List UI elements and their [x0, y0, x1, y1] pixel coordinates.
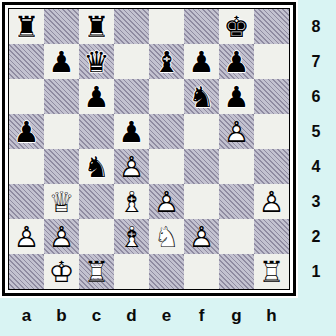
rank-label-8: 8 [299, 9, 333, 44]
white-pawn[interactable]: ♟♙ [44, 219, 79, 254]
square-g7[interactable]: ♟ [219, 44, 254, 79]
file-label-c: c [79, 299, 114, 333]
white-pawn[interactable]: ♟♙ [114, 149, 149, 184]
square-d3[interactable]: ♝♗ [114, 184, 149, 219]
black-king[interactable]: ♚ [219, 9, 254, 44]
square-a4[interactable] [9, 149, 44, 184]
square-g4[interactable] [219, 149, 254, 184]
square-g3[interactable] [219, 184, 254, 219]
pawn-glyph: ♟ [9, 114, 44, 149]
black-pawn[interactable]: ♟ [219, 79, 254, 114]
bishop-outline-glyph: ♗ [114, 184, 149, 219]
square-a5[interactable]: ♟ [9, 114, 44, 149]
square-g8[interactable]: ♚ [219, 9, 254, 44]
white-rook[interactable]: ♜♖ [254, 254, 289, 289]
knight-glyph: ♞ [184, 79, 219, 114]
square-f3[interactable] [184, 184, 219, 219]
file-label-f: f [184, 299, 219, 333]
square-f6[interactable]: ♞ [184, 79, 219, 114]
white-knight[interactable]: ♞♘ [149, 219, 184, 254]
square-g1[interactable] [219, 254, 254, 289]
board-outer-margin: ♜♜♚♟♛♝♟♟♟♞♟♟♟♟♙♞♟♙♛♕♝♗♟♙♟♙♟♙♟♙♝♗♞♘♟♙♚♔♜♖… [0, 0, 298, 298]
white-queen[interactable]: ♛♕ [44, 184, 79, 219]
square-a7[interactable] [9, 44, 44, 79]
pawn-glyph: ♟ [114, 114, 149, 149]
white-bishop[interactable]: ♝♗ [114, 184, 149, 219]
square-e7[interactable]: ♝ [149, 44, 184, 79]
rook-outline-glyph: ♖ [254, 254, 289, 289]
pawn-outline-glyph: ♙ [219, 114, 254, 149]
square-b6[interactable] [44, 79, 79, 114]
queen-glyph: ♛ [79, 44, 114, 79]
square-b4[interactable] [44, 149, 79, 184]
square-d4[interactable]: ♟♙ [114, 149, 149, 184]
square-h8[interactable] [254, 9, 289, 44]
pawn-outline-glyph: ♙ [9, 219, 44, 254]
square-e2[interactable]: ♞♘ [149, 219, 184, 254]
chess-board: ♜♜♚♟♛♝♟♟♟♞♟♟♟♟♙♞♟♙♛♕♝♗♟♙♟♙♟♙♟♙♝♗♞♘♟♙♚♔♜♖… [8, 8, 290, 290]
white-bishop[interactable]: ♝♗ [114, 219, 149, 254]
black-pawn[interactable]: ♟ [114, 114, 149, 149]
square-d7[interactable] [114, 44, 149, 79]
square-c6[interactable]: ♟ [79, 79, 114, 114]
square-c1[interactable]: ♜♖ [79, 254, 114, 289]
board-frame: ♜♜♚♟♛♝♟♟♟♞♟♟♟♟♙♞♟♙♛♕♝♗♟♙♟♙♟♙♟♙♝♗♞♘♟♙♚♔♜♖… [2, 2, 296, 296]
rank-labels: 87654321 [299, 9, 333, 289]
square-a6[interactable] [9, 79, 44, 114]
black-rook[interactable]: ♜ [9, 9, 44, 44]
white-pawn[interactable]: ♟♙ [184, 219, 219, 254]
square-c7[interactable]: ♛ [79, 44, 114, 79]
black-pawn[interactable]: ♟ [44, 44, 79, 79]
square-a1[interactable] [9, 254, 44, 289]
square-f5[interactable] [184, 114, 219, 149]
rook-glyph: ♜ [79, 9, 114, 44]
file-label-d: d [114, 299, 149, 333]
square-c3[interactable] [79, 184, 114, 219]
square-b5[interactable] [44, 114, 79, 149]
black-queen[interactable]: ♛ [79, 44, 114, 79]
square-g6[interactable]: ♟ [219, 79, 254, 114]
pawn-outline-glyph: ♙ [254, 184, 289, 219]
square-b3[interactable]: ♛♕ [44, 184, 79, 219]
knight-glyph: ♞ [79, 149, 114, 184]
king-glyph: ♚ [219, 9, 254, 44]
square-h4[interactable] [254, 149, 289, 184]
square-d1[interactable] [114, 254, 149, 289]
black-pawn[interactable]: ♟ [184, 44, 219, 79]
black-pawn[interactable]: ♟ [219, 44, 254, 79]
pawn-outline-glyph: ♙ [44, 219, 79, 254]
square-f1[interactable] [184, 254, 219, 289]
square-e4[interactable] [149, 149, 184, 184]
square-h7[interactable] [254, 44, 289, 79]
square-f8[interactable] [184, 9, 219, 44]
pawn-glyph: ♟ [184, 44, 219, 79]
square-h3[interactable]: ♟♙ [254, 184, 289, 219]
square-c4[interactable]: ♞ [79, 149, 114, 184]
white-rook[interactable]: ♜♖ [79, 254, 114, 289]
chess-diagram: ♜♜♚♟♛♝♟♟♟♞♟♟♟♟♙♞♟♙♛♕♝♗♟♙♟♙♟♙♟♙♝♗♞♘♟♙♚♔♜♖… [0, 0, 336, 336]
square-c2[interactable] [79, 219, 114, 254]
bishop-glyph: ♝ [149, 44, 184, 79]
square-f7[interactable]: ♟ [184, 44, 219, 79]
square-e6[interactable] [149, 79, 184, 114]
rank-label-3: 3 [299, 184, 333, 219]
square-h6[interactable] [254, 79, 289, 114]
black-pawn[interactable]: ♟ [9, 114, 44, 149]
square-g2[interactable] [219, 219, 254, 254]
pawn-outline-glyph: ♙ [184, 219, 219, 254]
square-c8[interactable]: ♜ [79, 9, 114, 44]
white-pawn[interactable]: ♟♙ [149, 184, 184, 219]
square-a8[interactable]: ♜ [9, 9, 44, 44]
square-a3[interactable] [9, 184, 44, 219]
rank-label-7: 7 [299, 44, 333, 79]
square-d6[interactable] [114, 79, 149, 114]
file-labels: abcdefgh [9, 299, 289, 333]
rook-glyph: ♜ [9, 9, 44, 44]
pawn-glyph: ♟ [44, 44, 79, 79]
rank-label-2: 2 [299, 219, 333, 254]
square-b7[interactable]: ♟ [44, 44, 79, 79]
square-e5[interactable] [149, 114, 184, 149]
rank-label-5: 5 [299, 114, 333, 149]
file-label-e: e [149, 299, 184, 333]
white-king[interactable]: ♚♔ [44, 254, 79, 289]
bishop-outline-glyph: ♗ [114, 219, 149, 254]
square-b1[interactable]: ♚♔ [44, 254, 79, 289]
black-rook[interactable]: ♜ [79, 9, 114, 44]
pawn-outline-glyph: ♙ [114, 149, 149, 184]
square-b8[interactable] [44, 9, 79, 44]
square-e3[interactable]: ♟♙ [149, 184, 184, 219]
queen-outline-glyph: ♕ [44, 184, 79, 219]
black-knight[interactable]: ♞ [184, 79, 219, 114]
square-c5[interactable] [79, 114, 114, 149]
king-outline-glyph: ♔ [44, 254, 79, 289]
file-label-h: h [254, 299, 289, 333]
rank-label-6: 6 [299, 79, 333, 114]
rook-outline-glyph: ♖ [79, 254, 114, 289]
rank-label-1: 1 [299, 254, 333, 289]
square-g5[interactable]: ♟♙ [219, 114, 254, 149]
square-d8[interactable] [114, 9, 149, 44]
square-h5[interactable] [254, 114, 289, 149]
black-bishop[interactable]: ♝ [149, 44, 184, 79]
pawn-glyph: ♟ [79, 79, 114, 114]
black-pawn[interactable]: ♟ [79, 79, 114, 114]
square-d2[interactable]: ♝♗ [114, 219, 149, 254]
white-pawn[interactable]: ♟♙ [254, 184, 289, 219]
square-b2[interactable]: ♟♙ [44, 219, 79, 254]
knight-outline-glyph: ♘ [149, 219, 184, 254]
file-label-g: g [219, 299, 254, 333]
square-d5[interactable]: ♟ [114, 114, 149, 149]
pawn-glyph: ♟ [219, 79, 254, 114]
square-e1[interactable] [149, 254, 184, 289]
white-pawn[interactable]: ♟♙ [9, 219, 44, 254]
file-label-b: b [44, 299, 79, 333]
square-a2[interactable]: ♟♙ [9, 219, 44, 254]
pawn-outline-glyph: ♙ [149, 184, 184, 219]
pawn-glyph: ♟ [219, 44, 254, 79]
square-h2[interactable] [254, 219, 289, 254]
rank-label-4: 4 [299, 149, 333, 184]
square-f4[interactable] [184, 149, 219, 184]
file-label-a: a [9, 299, 44, 333]
square-f2[interactable]: ♟♙ [184, 219, 219, 254]
square-h1[interactable]: ♜♖ [254, 254, 289, 289]
white-pawn[interactable]: ♟♙ [219, 114, 254, 149]
black-knight[interactable]: ♞ [79, 149, 114, 184]
square-e8[interactable] [149, 9, 184, 44]
